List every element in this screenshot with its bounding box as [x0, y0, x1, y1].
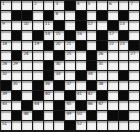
black-cell	[76, 41, 86, 50]
white-cell[interactable]: 42	[87, 91, 97, 100]
white-cell[interactable]	[1, 51, 11, 60]
black-cell	[76, 101, 86, 110]
clue-number: 12	[88, 22, 93, 27]
white-cell[interactable]: 36	[44, 81, 54, 90]
clue-number: 28	[2, 62, 7, 67]
white-cell[interactable]	[119, 61, 129, 70]
white-cell[interactable]	[65, 71, 75, 80]
white-cell[interactable]: 48	[22, 111, 32, 120]
white-cell[interactable]	[108, 91, 118, 100]
black-cell	[33, 31, 43, 40]
white-cell[interactable]	[65, 11, 75, 20]
white-cell[interactable]	[12, 121, 22, 130]
white-cell[interactable]: 8	[54, 11, 64, 20]
black-cell	[12, 31, 22, 40]
white-cell[interactable]: 9	[1, 21, 11, 30]
clue-number: 51	[2, 122, 7, 127]
white-cell[interactable]: 35	[12, 81, 22, 90]
white-cell[interactable]	[44, 1, 54, 10]
clue-number: 25	[66, 52, 71, 57]
white-cell[interactable]	[119, 121, 129, 130]
clue-number: 50	[77, 112, 82, 117]
white-cell[interactable]	[12, 71, 22, 80]
white-cell[interactable]: 7	[129, 1, 139, 10]
white-cell[interactable]: 2	[33, 1, 43, 10]
clue-number: 31	[98, 62, 103, 67]
white-cell[interactable]	[12, 101, 22, 110]
white-cell[interactable]	[22, 91, 32, 100]
clue-number: 3	[55, 2, 57, 7]
clue-number: 15	[55, 32, 60, 37]
white-cell[interactable]	[129, 91, 139, 100]
white-cell[interactable]	[119, 51, 129, 60]
white-cell[interactable]	[22, 81, 32, 90]
white-cell[interactable]: 14	[44, 31, 54, 40]
white-cell[interactable]	[22, 71, 32, 80]
white-cell[interactable]	[44, 101, 54, 110]
white-cell[interactable]: 13	[119, 21, 129, 30]
white-cell[interactable]: 37	[65, 81, 75, 90]
white-cell[interactable]: 49	[65, 111, 75, 120]
white-cell[interactable]	[108, 11, 118, 20]
white-cell[interactable]: 45	[65, 101, 75, 110]
white-cell[interactable]	[129, 21, 139, 30]
black-cell	[44, 71, 54, 80]
clue-number: 27	[130, 52, 135, 57]
white-cell[interactable]: 51	[1, 121, 11, 130]
clue-number: 52	[77, 122, 82, 127]
black-cell	[12, 111, 22, 120]
black-cell	[87, 61, 97, 70]
white-cell[interactable]	[44, 111, 54, 120]
white-cell[interactable]	[54, 121, 64, 130]
white-cell[interactable]	[97, 111, 107, 120]
clue-number: 23	[120, 42, 125, 47]
white-cell[interactable]	[1, 111, 11, 120]
clue-number: 13	[120, 22, 125, 27]
black-cell	[76, 21, 86, 30]
white-cell[interactable]: 19	[33, 41, 43, 50]
clue-number: 1	[2, 2, 4, 7]
clue-number: 17	[109, 32, 114, 37]
black-cell	[119, 31, 129, 40]
black-cell	[65, 1, 75, 10]
clue-number: 46	[88, 102, 93, 107]
white-cell[interactable]: 26	[97, 51, 107, 60]
white-cell[interactable]	[33, 21, 43, 30]
white-cell[interactable]: 41	[76, 91, 86, 100]
clue-number: 16	[77, 32, 82, 37]
black-cell	[87, 111, 97, 120]
clue-number: 42	[88, 92, 93, 97]
white-cell[interactable]	[54, 91, 64, 100]
black-cell	[97, 41, 107, 50]
clue-number: 32	[2, 72, 7, 77]
white-cell[interactable]	[108, 51, 118, 60]
white-cell[interactable]	[129, 121, 139, 130]
black-cell	[33, 111, 43, 120]
black-cell	[54, 21, 64, 30]
white-cell[interactable]	[12, 1, 22, 10]
white-cell[interactable]	[12, 41, 22, 50]
white-cell[interactable]: 47	[97, 101, 107, 110]
clue-number: 7	[130, 2, 132, 7]
black-cell	[76, 11, 86, 20]
white-cell[interactable]: 50	[76, 111, 86, 120]
white-cell[interactable]	[97, 121, 107, 130]
black-cell	[12, 91, 22, 100]
black-cell	[87, 81, 97, 90]
clue-number: 35	[13, 82, 18, 87]
black-cell	[54, 111, 64, 120]
white-cell[interactable]	[33, 121, 43, 130]
white-cell[interactable]	[108, 61, 118, 70]
black-cell	[97, 91, 107, 100]
white-cell[interactable]: 15	[54, 31, 64, 40]
white-cell[interactable]	[1, 11, 11, 20]
clue-number: 41	[77, 92, 82, 97]
white-cell[interactable]	[65, 21, 75, 30]
white-cell[interactable]	[22, 1, 32, 10]
clue-number: 9	[2, 22, 4, 27]
white-cell[interactable]: 20	[54, 41, 64, 50]
clue-number: 43	[2, 102, 7, 107]
white-cell[interactable]	[33, 11, 43, 20]
black-cell	[44, 41, 54, 50]
white-cell[interactable]	[87, 31, 97, 40]
black-cell	[65, 91, 75, 100]
white-cell[interactable]	[76, 61, 86, 70]
white-cell[interactable]	[119, 1, 129, 10]
black-cell	[87, 51, 97, 60]
white-cell[interactable]: 5	[87, 1, 97, 10]
clue-number: 5	[88, 2, 90, 7]
black-cell	[76, 71, 86, 80]
clue-number: 11	[45, 22, 50, 27]
white-cell[interactable]: 23	[119, 41, 129, 50]
white-cell[interactable]: 1	[1, 1, 11, 10]
white-cell[interactable]: 39	[1, 91, 11, 100]
white-cell[interactable]	[33, 61, 43, 70]
black-cell	[65, 31, 75, 40]
clue-number: 45	[66, 102, 71, 107]
black-cell	[1, 81, 11, 90]
white-cell[interactable]	[44, 51, 54, 60]
white-cell[interactable]: 12	[87, 21, 97, 30]
white-cell[interactable]: 38	[97, 81, 107, 90]
white-cell[interactable]	[76, 81, 86, 90]
white-cell[interactable]	[22, 61, 32, 70]
clue-number: 10	[23, 22, 28, 27]
white-cell[interactable]: 40	[44, 91, 54, 100]
white-cell[interactable]	[129, 71, 139, 80]
white-cell[interactable]	[129, 81, 139, 90]
white-cell[interactable]: 4	[76, 1, 86, 10]
clue-number: 40	[45, 92, 50, 97]
white-cell[interactable]	[108, 121, 118, 130]
white-cell[interactable]: 10	[22, 21, 32, 30]
clue-number: 21	[66, 42, 71, 47]
crossword-grid: 1234567891011121314151617181920212223242…	[0, 0, 140, 132]
white-cell[interactable]	[129, 11, 139, 20]
white-cell[interactable]: 46	[87, 101, 97, 110]
white-cell[interactable]: 52	[76, 121, 86, 130]
clue-number: 30	[55, 62, 60, 67]
clue-number: 22	[109, 42, 114, 47]
black-cell	[129, 41, 139, 50]
black-cell	[33, 91, 43, 100]
white-cell[interactable]: 3	[54, 1, 64, 10]
black-cell	[54, 81, 64, 90]
clue-number: 38	[98, 82, 103, 87]
white-cell[interactable]	[108, 81, 118, 90]
clue-number: 8	[55, 12, 57, 17]
white-cell[interactable]	[97, 1, 107, 10]
white-cell[interactable]	[22, 41, 32, 50]
white-cell[interactable]: 31	[97, 61, 107, 70]
white-cell[interactable]: 43	[1, 101, 11, 110]
clue-number: 33	[55, 72, 60, 77]
white-cell[interactable]: 44	[33, 101, 43, 110]
white-cell[interactable]	[129, 31, 139, 40]
white-cell[interactable]	[108, 101, 118, 110]
white-cell[interactable]: 30	[54, 61, 64, 70]
white-cell[interactable]	[87, 121, 97, 130]
white-cell[interactable]: 25	[65, 51, 75, 60]
white-cell[interactable]	[119, 81, 129, 90]
white-cell[interactable]: 29	[12, 61, 22, 70]
clue-number: 29	[13, 62, 18, 67]
clue-number: 39	[2, 92, 7, 97]
clue-number: 44	[34, 102, 39, 107]
white-cell[interactable]	[65, 61, 75, 70]
clue-number: 34	[88, 72, 93, 77]
white-cell[interactable]: 16	[76, 31, 86, 40]
white-cell[interactable]	[129, 61, 139, 70]
white-cell[interactable]: 32	[1, 71, 11, 80]
black-cell	[108, 21, 118, 30]
black-cell	[65, 121, 75, 130]
black-cell	[12, 51, 22, 60]
black-cell	[54, 51, 64, 60]
white-cell[interactable]: 18	[1, 41, 11, 50]
white-cell[interactable]	[44, 121, 54, 130]
clue-number: 49	[66, 112, 71, 117]
black-cell	[97, 11, 107, 20]
white-cell[interactable]: 24	[22, 51, 32, 60]
white-cell[interactable]: 21	[65, 41, 75, 50]
black-cell	[108, 111, 118, 120]
black-cell	[22, 11, 32, 20]
clue-number: 26	[98, 52, 103, 57]
clue-number: 19	[34, 42, 39, 47]
clue-number: 20	[55, 42, 60, 47]
black-cell	[44, 11, 54, 20]
black-cell	[119, 11, 129, 20]
clue-number: 6	[109, 2, 111, 7]
black-cell	[44, 61, 54, 70]
black-cell	[119, 91, 129, 100]
clue-number: 2	[34, 2, 36, 7]
white-cell[interactable]	[87, 11, 97, 20]
white-cell[interactable]: 11	[44, 21, 54, 30]
clue-number: 36	[45, 82, 50, 87]
white-cell[interactable]: 22	[108, 41, 118, 50]
white-cell[interactable]	[1, 31, 11, 40]
clue-number: 47	[98, 102, 103, 107]
black-cell	[97, 31, 107, 40]
clue-number: 48	[23, 112, 28, 117]
white-cell[interactable]	[129, 101, 139, 110]
white-cell[interactable]: 28	[1, 61, 11, 70]
white-cell[interactable]	[22, 31, 32, 40]
clue-number: 4	[77, 2, 79, 7]
white-cell[interactable]	[129, 111, 139, 120]
white-cell[interactable]: 27	[129, 51, 139, 60]
white-cell[interactable]	[87, 41, 97, 50]
white-cell[interactable]: 17	[108, 31, 118, 40]
black-cell	[22, 101, 32, 110]
clue-number: 37	[66, 82, 71, 87]
white-cell[interactable]	[22, 121, 32, 130]
clue-number: 24	[23, 52, 28, 57]
black-cell	[119, 71, 129, 80]
white-cell[interactable]	[97, 21, 107, 30]
white-cell[interactable]	[97, 71, 107, 80]
white-cell[interactable]	[33, 51, 43, 60]
white-cell[interactable]	[33, 71, 43, 80]
white-cell[interactable]	[76, 51, 86, 60]
white-cell[interactable]: 6	[108, 1, 118, 10]
white-cell[interactable]	[108, 71, 118, 80]
white-cell[interactable]: 34	[87, 71, 97, 80]
black-cell	[33, 81, 43, 90]
white-cell[interactable]: 33	[54, 71, 64, 80]
clue-number: 14	[45, 32, 50, 37]
black-cell	[54, 101, 64, 110]
black-cell	[119, 111, 129, 120]
clue-number: 18	[2, 42, 7, 47]
black-cell	[12, 11, 22, 20]
white-cell[interactable]	[12, 21, 22, 30]
white-cell[interactable]	[119, 101, 129, 110]
